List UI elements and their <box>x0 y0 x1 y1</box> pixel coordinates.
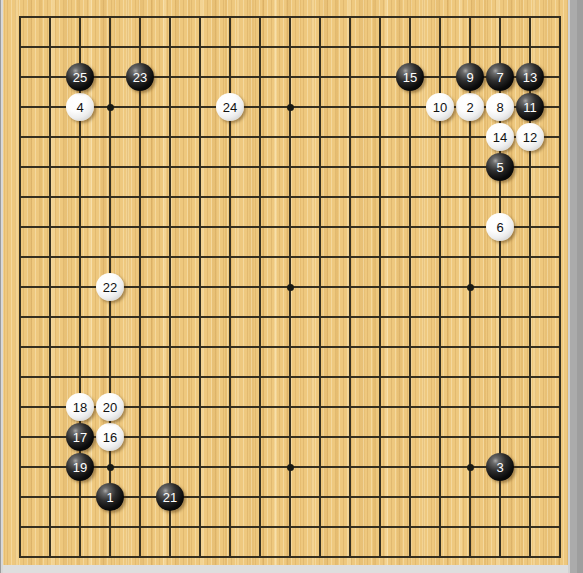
grid-line-horizontal <box>19 526 561 528</box>
stone-1-black: 1 <box>96 483 124 511</box>
star-point <box>287 284 294 291</box>
stone-23-black: 23 <box>126 63 154 91</box>
stone-4-white: 4 <box>66 93 94 121</box>
star-point <box>287 464 294 471</box>
grid-line-vertical <box>409 16 411 558</box>
stone-25-black: 25 <box>66 63 94 91</box>
grid-line-horizontal <box>19 376 561 378</box>
grid-line-horizontal <box>19 556 561 558</box>
stone-12-white: 12 <box>516 123 544 151</box>
grid-line-vertical <box>319 16 321 558</box>
star-point <box>107 104 114 111</box>
stone-10-white: 10 <box>426 93 454 121</box>
window-left-border <box>0 0 3 573</box>
stone-22-white: 22 <box>96 273 124 301</box>
stone-2-white: 2 <box>456 93 484 121</box>
grid-line-vertical <box>379 16 381 558</box>
stone-20-white: 20 <box>96 393 124 421</box>
grid-line-vertical <box>349 16 351 558</box>
star-point <box>107 464 114 471</box>
stone-17-black: 17 <box>66 423 94 451</box>
stone-6-white: 6 <box>486 213 514 241</box>
window-right-border <box>568 0 583 573</box>
star-point <box>467 284 474 291</box>
stone-11-black: 11 <box>516 93 544 121</box>
stone-9-black: 9 <box>456 63 484 91</box>
stone-15-black: 15 <box>396 63 424 91</box>
star-point <box>467 464 474 471</box>
stone-5-black: 5 <box>486 153 514 181</box>
star-point <box>287 104 294 111</box>
stone-19-black: 19 <box>66 453 94 481</box>
grid-line-horizontal <box>19 346 561 348</box>
stone-21-black: 21 <box>156 483 184 511</box>
stone-8-white: 8 <box>486 93 514 121</box>
stone-18-white: 18 <box>66 393 94 421</box>
grid-line-horizontal <box>19 316 561 318</box>
stone-13-black: 13 <box>516 63 544 91</box>
stone-3-black: 3 <box>486 453 514 481</box>
goban[interactable]: 1234567891011121314151617181920212223242… <box>3 0 568 565</box>
stone-7-black: 7 <box>486 63 514 91</box>
stone-24-white: 24 <box>216 93 244 121</box>
grid-line-vertical <box>559 16 561 558</box>
go-app-window: 1234567891011121314151617181920212223242… <box>0 0 583 573</box>
stone-14-white: 14 <box>486 123 514 151</box>
stone-16-white: 16 <box>96 423 124 451</box>
window-bottom-border <box>3 565 568 573</box>
